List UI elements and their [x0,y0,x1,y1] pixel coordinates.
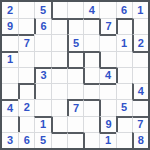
cell-r2c5[interactable] [67,18,83,34]
cell-r1c1[interactable]: 2 [2,2,18,18]
cell-r8c5[interactable] [67,116,83,132]
cell-r1c8[interactable]: 6 [116,2,132,18]
cell-r7c2[interactable]: 2 [18,99,34,115]
cell-r9c1[interactable]: 3 [2,132,18,148]
cell-r3c3[interactable] [34,34,50,50]
cell-r3c1[interactable] [2,34,18,50]
cell-r7c7[interactable] [99,99,115,115]
given-digit-r2c1: 9 [7,21,13,32]
cell-r7c9[interactable] [132,99,148,115]
cell-r5c7[interactable]: 4 [99,67,115,83]
given-digit-r3c9: 2 [138,37,144,48]
cell-r4c5[interactable] [67,51,83,67]
given-digit-r6c9: 4 [138,86,144,97]
cell-r4c6[interactable] [83,51,99,67]
given-digit-r3c8: 1 [121,37,127,48]
cell-r8c4[interactable] [51,116,67,132]
given-digit-r9c9: 8 [138,134,144,145]
cell-r9c4[interactable] [51,132,67,148]
cell-r3c7[interactable] [99,34,115,50]
given-digit-r8c9: 7 [137,119,143,130]
cell-r5c4[interactable] [51,67,67,83]
given-digit-r1c6: 4 [89,4,95,15]
cell-r7c4[interactable] [51,99,67,115]
cell-r8c7[interactable]: 9 [99,116,115,132]
cell-r6c9[interactable]: 4 [132,83,148,99]
given-digit-r8c3: 1 [40,119,46,130]
given-digit-r3c2: 7 [24,38,30,49]
cell-r7c8[interactable]: 5 [116,99,132,115]
cell-r5c5[interactable] [67,67,83,83]
given-digit-r7c2: 2 [24,102,30,113]
given-digit-r1c3: 5 [40,4,46,15]
cell-r9c5[interactable] [67,132,83,148]
cell-r9c8[interactable] [116,132,132,148]
sudoku-board: 2546196775121344427519736518 [0,0,150,150]
cell-r6c2[interactable] [18,83,34,99]
given-digit-r1c1: 2 [7,4,13,15]
cell-r1c9[interactable]: 1 [132,2,148,18]
given-digit-r9c7: 1 [105,135,111,146]
cell-r8c8[interactable] [116,116,132,132]
given-digit-r5c3: 3 [40,70,46,81]
given-digit-r9c1: 3 [7,134,13,145]
cell-r3c4[interactable] [51,34,67,50]
cell-r4c8[interactable] [116,51,132,67]
cell-r7c6[interactable] [83,99,99,115]
given-digit-r9c3: 5 [40,134,46,145]
cell-r8c9[interactable]: 7 [132,116,148,132]
given-digit-r2c7: 7 [105,21,111,32]
cell-r5c8[interactable] [116,67,132,83]
cell-r2c2[interactable] [18,18,34,34]
cell-r9c7[interactable]: 1 [99,132,115,148]
cell-r2c9[interactable] [132,18,148,34]
given-digit-r2c3: 6 [40,21,46,32]
given-digit-r8c7: 9 [105,118,111,129]
cell-r5c3[interactable]: 3 [34,67,50,83]
cell-r1c2[interactable] [18,2,34,18]
cell-r5c6[interactable] [83,67,99,83]
cell-r7c1[interactable]: 4 [2,99,18,115]
cell-r8c3[interactable]: 1 [34,116,50,132]
cell-r3c6[interactable] [83,34,99,50]
cell-r2c6[interactable] [83,18,99,34]
cell-r2c1[interactable]: 9 [2,18,18,34]
cell-r6c1[interactable] [2,83,18,99]
given-digit-r1c8: 6 [121,4,127,15]
cell-r6c8[interactable] [116,83,132,99]
given-digit-r7c8: 5 [121,102,127,113]
cell-r5c9[interactable] [132,67,148,83]
given-digit-r4c1: 1 [7,54,13,65]
cell-r5c2[interactable] [18,67,34,83]
cell-r3c5[interactable]: 5 [67,34,83,50]
cell-r1c6[interactable]: 4 [83,2,99,18]
cell-r9c2[interactable]: 6 [18,132,34,148]
given-digit-r7c5: 7 [73,102,79,113]
cell-r1c3[interactable]: 5 [34,2,50,18]
given-digit-r9c2: 6 [24,134,30,145]
cell-r1c7[interactable] [99,2,115,18]
given-digit-r7c1: 4 [7,102,13,113]
cell-r4c7[interactable] [99,51,115,67]
cell-r6c3[interactable] [34,83,50,99]
cell-r6c7[interactable] [99,83,115,99]
cell-r3c9[interactable]: 2 [132,34,148,50]
cell-r3c8[interactable]: 1 [116,34,132,50]
cell-r6c6[interactable] [83,83,99,99]
cell-r4c4[interactable] [51,51,67,67]
cell-r3c2[interactable]: 7 [18,34,34,50]
cell-r2c3[interactable]: 6 [34,18,50,34]
cell-r4c9[interactable] [132,51,148,67]
given-digit-r1c9: 1 [137,4,143,15]
cell-r9c3[interactable]: 5 [34,132,50,148]
cell-r9c6[interactable] [83,132,99,148]
cell-r4c1[interactable]: 1 [2,51,18,67]
cell-r5c1[interactable] [2,67,18,83]
cell-r6c5[interactable] [67,83,83,99]
cell-r2c7[interactable]: 7 [99,18,115,34]
cell-r2c4[interactable] [51,18,67,34]
cell-r8c1[interactable] [2,116,18,132]
cell-r8c6[interactable] [83,116,99,132]
cell-r1c5[interactable] [67,2,83,18]
cell-r8c2[interactable] [18,116,34,132]
cell-r4c3[interactable] [34,51,50,67]
cell-r4c2[interactable] [18,51,34,67]
cell-r2c8[interactable] [116,18,132,34]
given-digit-r3c5: 5 [73,37,79,48]
cell-r6c4[interactable] [51,83,67,99]
cell-r7c3[interactable] [34,99,50,115]
given-digit-r5c7: 4 [105,70,111,81]
cell-r1c4[interactable] [51,2,67,18]
cell-r9c9[interactable]: 8 [132,132,148,148]
cell-r7c5[interactable]: 7 [67,99,83,115]
